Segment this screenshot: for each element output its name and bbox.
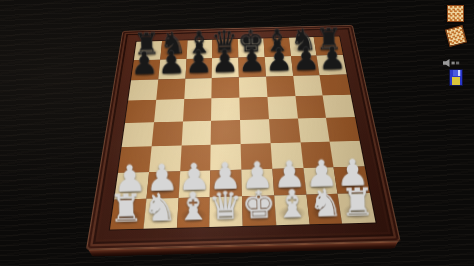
board-front-edge bbox=[88, 242, 398, 257]
chess-board: ♜♞♝♛♚♝♞♜♟♟♟♟♟♟♟♟♟♟♟♟♟♟♟♟♜♞♝♛♚♝♞♜ bbox=[86, 25, 401, 250]
square-a3[interactable] bbox=[118, 146, 151, 172]
square-f3[interactable] bbox=[270, 142, 303, 168]
square-b6[interactable] bbox=[156, 78, 185, 100]
chess-app-window: ♜♞♝♛♚♝♞♜♟♟♟♟♟♟♟♟♟♟♟♟♟♟♟♟♜♞♝♛♚♝♞♜ bbox=[0, 0, 474, 266]
square-d4[interactable] bbox=[211, 120, 241, 145]
piece-black-rook[interactable]: ♜ bbox=[310, 23, 348, 54]
square-b3[interactable] bbox=[149, 145, 181, 171]
square-b7[interactable]: ♟ bbox=[158, 59, 186, 79]
board-tilt-wrapper: ♜♞♝♛♚♝♞♜♟♟♟♟♟♟♟♟♟♟♟♟♟♟♟♟♜♞♝♛♚♝♞♜ bbox=[104, 0, 377, 256]
square-b4[interactable] bbox=[151, 122, 182, 147]
square-b2[interactable]: ♟ bbox=[146, 171, 180, 199]
square-d5[interactable] bbox=[211, 98, 240, 121]
square-e4[interactable] bbox=[240, 119, 270, 144]
square-a5[interactable] bbox=[125, 100, 156, 123]
square-b8[interactable]: ♞ bbox=[160, 40, 187, 59]
floppy-label bbox=[452, 77, 460, 85]
square-c7[interactable]: ♟ bbox=[185, 58, 212, 78]
square-h8[interactable]: ♜ bbox=[314, 36, 343, 55]
square-h1[interactable]: ♜ bbox=[338, 193, 376, 223]
square-g5[interactable] bbox=[295, 96, 326, 119]
square-a2[interactable]: ♟ bbox=[114, 172, 149, 200]
square-a7[interactable]: ♟ bbox=[131, 59, 160, 79]
square-e5[interactable] bbox=[239, 97, 268, 120]
square-e6[interactable] bbox=[239, 76, 267, 98]
square-f4[interactable] bbox=[269, 118, 300, 142]
save-game-button[interactable] bbox=[449, 69, 463, 86]
square-h2[interactable]: ♟ bbox=[334, 166, 370, 194]
flat-checkerboard-icon bbox=[447, 5, 464, 22]
square-c3[interactable] bbox=[180, 145, 211, 171]
square-g4[interactable] bbox=[297, 118, 329, 142]
board-squares: ♜♞♝♛♚♝♞♜♟♟♟♟♟♟♟♟♟♟♟♟♟♟♟♟♜♞♝♛♚♝♞♜ bbox=[109, 36, 377, 231]
square-a6[interactable] bbox=[128, 79, 158, 101]
square-f8[interactable]: ♝ bbox=[263, 38, 290, 57]
square-b1[interactable]: ♞ bbox=[143, 198, 178, 228]
square-g6[interactable] bbox=[293, 75, 323, 96]
square-d8[interactable]: ♛ bbox=[212, 39, 238, 58]
square-h7[interactable]: ♟ bbox=[317, 55, 347, 75]
square-f5[interactable] bbox=[267, 96, 297, 119]
square-g8[interactable]: ♞ bbox=[289, 37, 317, 56]
square-b5[interactable] bbox=[154, 99, 184, 122]
board-3d-view-button[interactable] bbox=[445, 25, 467, 47]
square-g2[interactable]: ♟ bbox=[303, 167, 338, 195]
square-d2[interactable]: ♟ bbox=[210, 169, 242, 197]
square-h5[interactable] bbox=[323, 95, 355, 118]
square-f2[interactable]: ♟ bbox=[272, 168, 306, 196]
square-g7[interactable]: ♟ bbox=[291, 55, 320, 75]
square-a8[interactable]: ♜ bbox=[134, 41, 162, 60]
square-f7[interactable]: ♟ bbox=[264, 56, 292, 76]
square-c4[interactable] bbox=[181, 121, 211, 146]
square-e7[interactable]: ♟ bbox=[238, 57, 265, 77]
square-e3[interactable] bbox=[241, 143, 272, 169]
square-c1[interactable]: ♝ bbox=[176, 197, 210, 227]
square-a1[interactable]: ♜ bbox=[110, 199, 146, 229]
square-f6[interactable] bbox=[266, 76, 295, 97]
square-e2[interactable]: ♟ bbox=[241, 168, 274, 196]
square-c5[interactable] bbox=[183, 99, 212, 122]
square-e1[interactable]: ♚ bbox=[242, 196, 276, 226]
floppy-shutter bbox=[453, 70, 461, 76]
square-d6[interactable] bbox=[212, 77, 240, 99]
square-g1[interactable]: ♞ bbox=[306, 194, 342, 224]
sound-toggle-button[interactable] bbox=[443, 55, 460, 63]
square-c6[interactable] bbox=[184, 78, 212, 100]
tilted-checkerboard-icon bbox=[445, 25, 467, 47]
square-c8[interactable]: ♝ bbox=[186, 40, 212, 59]
square-a4[interactable] bbox=[122, 122, 154, 147]
square-e8[interactable]: ♚ bbox=[238, 38, 265, 57]
speaker-icon bbox=[443, 59, 460, 67]
square-d7[interactable]: ♟ bbox=[212, 57, 239, 77]
square-c2[interactable]: ♟ bbox=[178, 170, 210, 198]
square-f1[interactable]: ♝ bbox=[274, 195, 309, 225]
board-3d-scene: ♜♞♝♛♚♝♞♜♟♟♟♟♟♟♟♟♟♟♟♟♟♟♟♟♜♞♝♛♚♝♞♜ bbox=[104, 0, 377, 256]
square-d1[interactable]: ♛ bbox=[210, 197, 243, 227]
square-h4[interactable] bbox=[326, 117, 359, 141]
square-h3[interactable] bbox=[330, 141, 365, 167]
square-g3[interactable] bbox=[300, 141, 334, 167]
board-2d-view-button[interactable] bbox=[447, 5, 464, 22]
square-d3[interactable] bbox=[210, 144, 241, 170]
square-h6[interactable] bbox=[320, 74, 351, 95]
